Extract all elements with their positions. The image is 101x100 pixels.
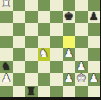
square-b8[interactable] <box>13 0 26 11</box>
square-b5[interactable] <box>13 36 26 49</box>
square-c5[interactable] <box>25 36 38 49</box>
square-d6[interactable] <box>38 23 51 36</box>
square-e7[interactable] <box>50 11 63 24</box>
square-a5[interactable] <box>0 36 13 49</box>
square-c4[interactable] <box>25 48 38 61</box>
square-e8[interactable] <box>50 0 63 11</box>
square-f7[interactable]: ♚ <box>63 11 76 24</box>
square-g2[interactable]: ♚ <box>75 73 88 86</box>
square-a2[interactable]: ♟ <box>0 73 13 86</box>
white-pawn[interactable]: ♟ <box>64 73 74 86</box>
black-king[interactable]: ♚ <box>64 10 74 23</box>
square-c6[interactable] <box>25 23 38 36</box>
square-d2[interactable] <box>38 73 51 86</box>
square-c7[interactable] <box>25 11 38 24</box>
white-king[interactable]: ♚ <box>76 73 86 86</box>
square-a7[interactable] <box>0 11 13 24</box>
square-b2[interactable] <box>13 73 26 86</box>
square-b7[interactable] <box>13 11 26 24</box>
square-f4[interactable]: ♟ <box>63 48 76 61</box>
white-pawn[interactable]: ♟ <box>89 73 99 86</box>
square-d4[interactable]: ♞ <box>38 48 51 61</box>
square-b4[interactable] <box>13 48 26 61</box>
square-h5[interactable] <box>88 36 101 49</box>
chess-board: ♜♚♟♞♟♞♟♟♟♚♟♜ <box>0 0 100 98</box>
square-f6[interactable] <box>63 23 76 36</box>
square-e6[interactable] <box>50 23 63 36</box>
square-e5[interactable] <box>50 36 63 49</box>
square-e4[interactable] <box>50 48 63 61</box>
white-pawn[interactable]: ♟ <box>1 73 11 86</box>
white-pawn[interactable]: ♟ <box>64 48 74 61</box>
square-g6[interactable] <box>75 23 88 36</box>
white-knight[interactable]: ♞ <box>39 48 49 61</box>
square-a6[interactable] <box>0 23 13 36</box>
square-c8[interactable] <box>25 0 38 11</box>
square-d3[interactable] <box>38 61 51 74</box>
square-g7[interactable] <box>75 11 88 24</box>
square-g8[interactable] <box>75 0 88 11</box>
square-a8[interactable]: ♜ <box>0 0 13 11</box>
window-edge-bar <box>0 97 100 100</box>
square-c3[interactable] <box>25 61 38 74</box>
square-d7[interactable] <box>38 11 51 24</box>
square-h4[interactable] <box>88 48 101 61</box>
square-h2[interactable]: ♟ <box>88 73 101 86</box>
square-b3[interactable] <box>13 61 26 74</box>
square-g5[interactable] <box>75 36 88 49</box>
square-e3[interactable] <box>50 61 63 74</box>
square-b6[interactable] <box>13 23 26 36</box>
square-f2[interactable]: ♟ <box>63 73 76 86</box>
black-pawn[interactable]: ♟ <box>89 10 99 23</box>
chess-app-screenshot: ♜♚♟♞♟♞♟♟♟♚♟♜ <box>0 0 100 100</box>
white-rook[interactable]: ♜ <box>1 0 11 10</box>
black-rook[interactable]: ♜ <box>26 85 36 98</box>
square-h6[interactable] <box>88 23 101 36</box>
square-h7[interactable]: ♟ <box>88 11 101 24</box>
square-e2[interactable] <box>50 73 63 86</box>
square-d8[interactable] <box>38 0 51 11</box>
